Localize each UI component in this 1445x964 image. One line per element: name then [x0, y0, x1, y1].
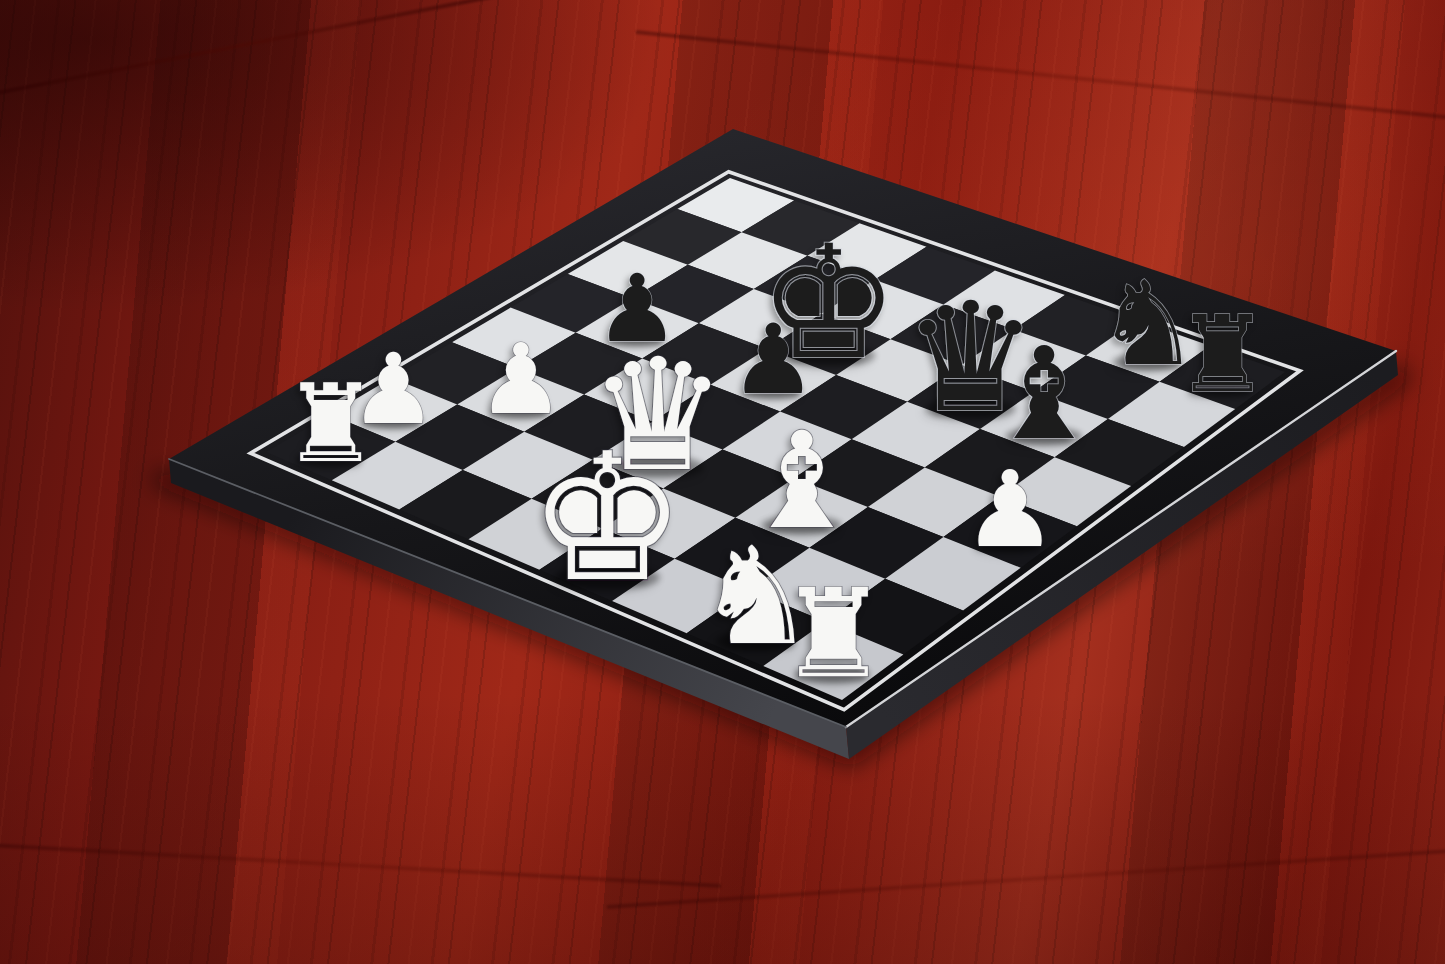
piece-white-rook[interactable]: ♜: [779, 562, 889, 705]
piece-white-rook[interactable]: ♜: [282, 361, 379, 486]
piece-black-pawn[interactable]: ♟: [730, 303, 817, 416]
piece-black-bishop[interactable]: ♝: [987, 319, 1101, 468]
piece-white-pawn[interactable]: ♟: [963, 448, 1058, 571]
table-background: ♟♚♞♜♟♛♟♟♝♜♛♝♟♚♞♜: [0, 0, 1445, 964]
piece-black-rook[interactable]: ♜: [1175, 293, 1270, 416]
piece-white-king[interactable]: ♚: [528, 416, 686, 621]
chessboard: ♟♚♞♜♟♛♟♟♝♜♛♝♟♚♞♜: [0, 0, 1445, 964]
